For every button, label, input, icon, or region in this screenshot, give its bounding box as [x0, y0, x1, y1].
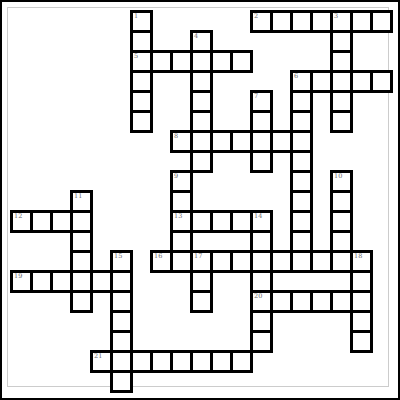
clue-number: 14	[254, 213, 262, 220]
clue-number: 21	[94, 353, 102, 360]
clue-number: 5	[134, 53, 138, 60]
grid-cell[interactable]	[70, 290, 93, 313]
grid-cell[interactable]	[110, 370, 133, 393]
grid-cell[interactable]	[250, 330, 273, 353]
clue-number: 4	[194, 33, 198, 40]
grid-cell[interactable]	[370, 10, 393, 33]
page-frame: 123456789101112131415161718192021	[0, 0, 400, 400]
grid-cell[interactable]	[230, 350, 253, 373]
clue-number: 9	[174, 173, 178, 180]
grid-cell[interactable]	[250, 150, 273, 173]
grid-cell[interactable]	[350, 330, 373, 353]
clue-number: 2	[254, 13, 258, 20]
clue-number: 20	[254, 293, 262, 300]
grid-cell[interactable]	[190, 150, 213, 173]
grid-cell[interactable]	[130, 110, 153, 133]
crossword-grid: 123456789101112131415161718192021	[2, 2, 398, 398]
grid-cell[interactable]	[190, 290, 213, 313]
clue-number: 19	[14, 273, 22, 280]
clue-number: 10	[334, 173, 342, 180]
clue-number: 17	[194, 253, 202, 260]
clue-number: 6	[294, 73, 298, 80]
clue-number: 16	[154, 253, 162, 260]
grid-cell[interactable]	[330, 110, 353, 133]
clue-number: 3	[334, 13, 338, 20]
clue-number: 11	[74, 193, 82, 200]
clue-number: 12	[14, 213, 22, 220]
grid-cell[interactable]	[370, 70, 393, 93]
clue-number: 7	[254, 93, 258, 100]
clue-number: 15	[114, 253, 122, 260]
clue-number: 8	[174, 133, 178, 140]
clue-number: 18	[354, 253, 362, 260]
clue-number: 13	[174, 213, 182, 220]
clue-number: 1	[134, 13, 138, 20]
grid-cell[interactable]	[230, 50, 253, 73]
